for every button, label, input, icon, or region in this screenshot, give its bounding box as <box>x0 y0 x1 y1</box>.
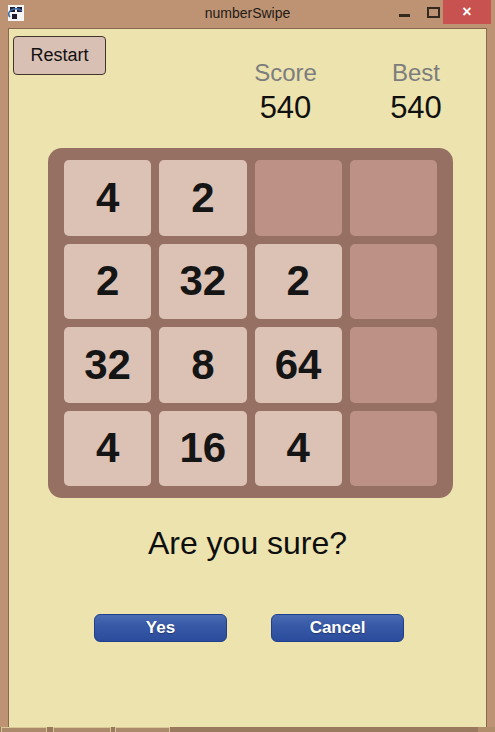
tile-r0c1: 2 <box>159 160 246 236</box>
best-block: Best 540 <box>366 59 466 126</box>
tile-r1c2: 2 <box>255 244 342 320</box>
title-bar[interactable]: numberSwipe × <box>0 0 495 28</box>
tile-r3c1: 16 <box>159 411 246 487</box>
tile-r0c2 <box>255 160 342 236</box>
tile-r3c0: 4 <box>64 411 151 487</box>
tile-r2c1: 8 <box>159 327 246 403</box>
tile-r1c0: 2 <box>64 244 151 320</box>
best-value: 540 <box>366 90 466 126</box>
tile-r2c2: 64 <box>255 327 342 403</box>
background-window-sliver <box>0 727 495 732</box>
maximize-icon <box>427 7 440 18</box>
confirm-question: Are you sure? <box>9 525 486 562</box>
close-button[interactable]: × <box>443 0 491 24</box>
tile-r1c1: 32 <box>159 244 246 320</box>
minimize-button[interactable] <box>390 0 418 25</box>
score-label: Score <box>233 59 338 87</box>
score-block: Score 540 <box>233 59 338 126</box>
tile-r3c2: 4 <box>255 411 342 487</box>
game-client-area: Restart Score 540 Best 540 4 2 2 32 2 32… <box>8 28 487 727</box>
tile-r0c3 <box>350 160 437 236</box>
yes-button[interactable]: Yes <box>94 614 227 642</box>
score-value: 540 <box>233 90 338 126</box>
window-corner <box>478 727 495 732</box>
best-label: Best <box>366 59 466 87</box>
tile-r2c0: 32 <box>64 327 151 403</box>
tile-r2c3 <box>350 327 437 403</box>
tile-r0c0: 4 <box>64 160 151 236</box>
minimize-icon <box>399 14 410 17</box>
background-button-edge <box>1 727 47 732</box>
tile-r3c3 <box>350 411 437 487</box>
background-button-edge <box>53 727 111 732</box>
background-button-edge <box>115 727 170 732</box>
restart-button[interactable]: Restart <box>13 36 106 75</box>
app-window: numberSwipe × Restart Score 540 Best 540… <box>0 0 495 732</box>
cancel-button[interactable]: Cancel <box>271 614 404 642</box>
game-board[interactable]: 4 2 2 32 2 32 8 64 4 16 4 <box>48 148 453 498</box>
tile-r1c3 <box>350 244 437 320</box>
